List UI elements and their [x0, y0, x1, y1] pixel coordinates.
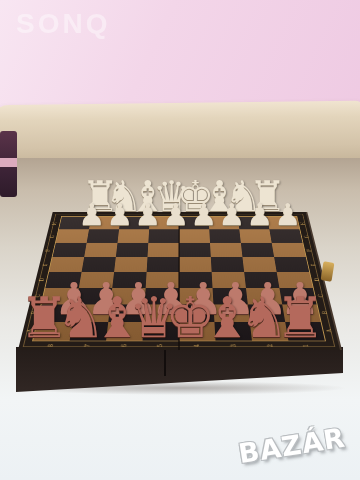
piece-silver-pawn[interactable]: ♟ [219, 200, 246, 230]
square[interactable] [114, 257, 147, 272]
coordinate-label: G [48, 235, 55, 238]
piece-silver-pawn[interactable]: ♟ [135, 200, 162, 230]
piece-silver-pawn[interactable]: ♟ [79, 200, 106, 230]
square[interactable] [272, 243, 306, 257]
candle-holder [0, 131, 17, 197]
piece-silver-pawn[interactable]: ♟ [247, 200, 274, 230]
watermark-top-left: SONQ [16, 8, 110, 40]
square[interactable] [274, 257, 309, 272]
square[interactable] [147, 243, 179, 257]
candle-band [0, 158, 17, 167]
coordinate-label: F [306, 249, 313, 252]
piece-silver-pawn[interactable]: ♟ [163, 200, 190, 230]
square[interactable] [116, 243, 148, 257]
square[interactable] [147, 257, 180, 272]
square[interactable] [84, 243, 117, 257]
square[interactable] [53, 243, 87, 257]
square[interactable] [82, 257, 116, 272]
piece-silver-pawn[interactable]: ♟ [107, 200, 134, 230]
coordinate-label: A [325, 329, 334, 332]
piece-silver-pawn[interactable]: ♟ [191, 200, 218, 230]
coordinate-label: E [309, 263, 317, 266]
square[interactable] [241, 243, 274, 257]
square[interactable] [210, 243, 242, 257]
coordinate-label: D [37, 278, 45, 281]
square[interactable] [242, 257, 276, 272]
coordinate-label: E [41, 263, 49, 266]
piece-copper-rook[interactable]: ♜ [275, 290, 325, 346]
square[interactable] [179, 257, 212, 272]
coordinate-label: F [45, 249, 52, 252]
square[interactable] [211, 257, 244, 272]
square[interactable] [49, 257, 84, 272]
piece-silver-pawn[interactable]: ♟ [275, 200, 302, 230]
fold-gap [164, 347, 166, 376]
coordinate-label: H [51, 222, 58, 225]
square[interactable] [179, 243, 211, 257]
coordinate-label: G [303, 235, 310, 238]
photo-scene: SONQ 87654321 ABCDEFGH ABCDEFGH ♜♞♝♛♚♝♞♜… [0, 0, 360, 480]
